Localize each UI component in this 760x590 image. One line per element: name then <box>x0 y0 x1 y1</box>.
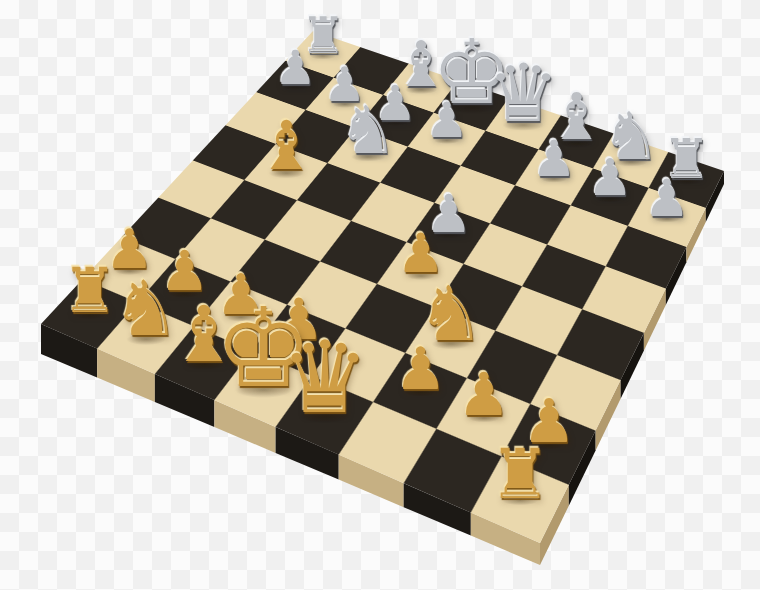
silver-pawn-d7[interactable]: ♟ <box>425 97 469 146</box>
gold-pawn-g2[interactable]: ♟ <box>457 365 510 424</box>
silver-pawn-a7[interactable]: ♟ <box>274 44 316 91</box>
silver-knight-c6[interactable]: ♞ <box>338 98 397 164</box>
gold-pawn-f2[interactable]: ♟ <box>394 340 446 399</box>
silver-pawn-h7[interactable]: ♟ <box>644 173 690 224</box>
chess-photo-stage: ♜♟♝♟♚♟♛♟♝♞♞♝♟♜♟♟♟♟♟♟♜♟♞♟♞♝♚♟♛♟♟♜ <box>0 0 760 590</box>
gold-queen-e1[interactable]: ♛ <box>280 329 369 429</box>
gold-rook-h1[interactable]: ♜ <box>490 439 552 508</box>
gold-bishop-b5[interactable]: ♝ <box>256 114 316 181</box>
silver-pawn-f7[interactable]: ♟ <box>532 134 577 184</box>
silver-pawn-g7[interactable]: ♟ <box>587 153 632 204</box>
gold-rook-a1[interactable]: ♜ <box>62 260 118 322</box>
